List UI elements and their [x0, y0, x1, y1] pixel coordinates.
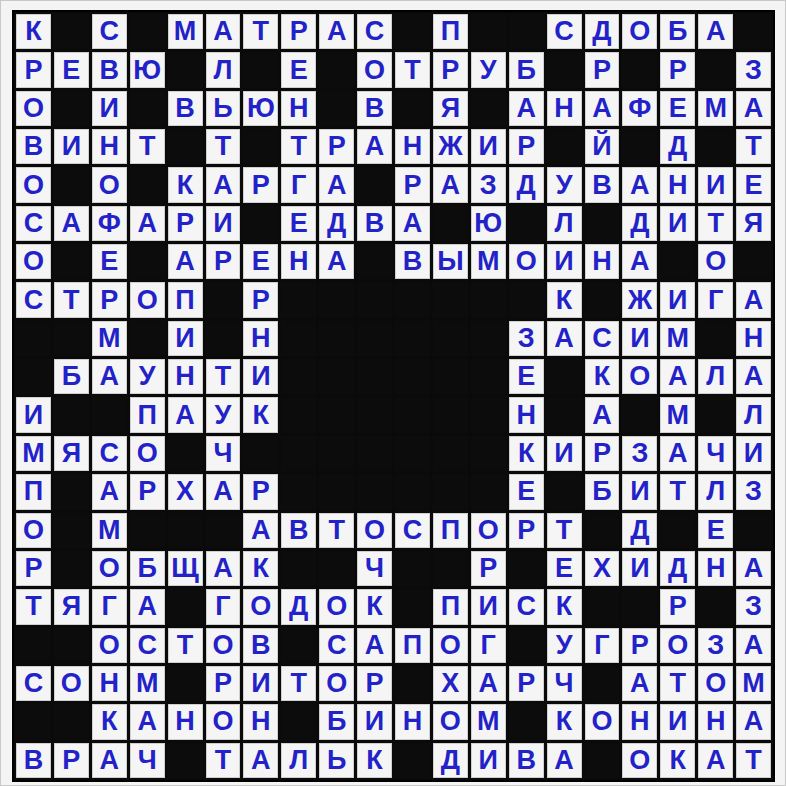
black-cell-r8c6	[206, 282, 241, 317]
letter-cell-r17c19[interactable]: З	[698, 628, 733, 663]
letter-cell-r2c16[interactable]: Р	[585, 52, 620, 87]
letter-cell-r7c14[interactable]: О	[509, 244, 544, 279]
letter-cell-r18c4[interactable]: М	[130, 666, 165, 701]
letter-cell-r18c6[interactable]: Р	[206, 666, 241, 701]
letter-cell-r14c11[interactable]: С	[395, 513, 430, 548]
letter-cell-r9c20[interactable]: Н	[736, 321, 771, 356]
letter-cell-r4c6[interactable]: Т	[206, 129, 241, 164]
letter-cell-r11c4[interactable]: П	[130, 397, 165, 432]
letter-cell-r14c14[interactable]: Р	[509, 513, 544, 548]
letter-cell-r1c10[interactable]: С	[357, 14, 392, 49]
letter-cell-r20c2[interactable]: Р	[54, 743, 89, 778]
letter-cell-r20c20[interactable]: Т	[736, 743, 771, 778]
letter-cell-r15c15[interactable]: Е	[547, 551, 582, 586]
letter-cell-r14c1[interactable]: О	[16, 513, 51, 548]
letter-cell-r20c19[interactable]: А	[698, 743, 733, 778]
letter-cell-r3c8[interactable]: Н	[281, 91, 316, 126]
letter-cell-r4c18[interactable]: Д	[660, 129, 695, 164]
letter-cell-r7c3[interactable]: Е	[92, 244, 127, 279]
letter-cell-r8c15[interactable]: К	[547, 282, 582, 317]
letter-cell-r17c13[interactable]: Г	[471, 628, 506, 663]
letter-cell-r4c9[interactable]: Р	[319, 129, 354, 164]
letter-cell-r16c3[interactable]: Г	[92, 589, 127, 624]
letter-cell-r14c17[interactable]: Д	[622, 513, 657, 548]
letter-cell-r1c16[interactable]: Д	[585, 14, 620, 49]
letter-cell-r5c12[interactable]: А	[433, 167, 468, 202]
letter-cell-r5c9[interactable]: А	[319, 167, 354, 202]
letter-cell-r15c4[interactable]: Б	[130, 551, 165, 586]
letter-cell-r2c8[interactable]: Е	[281, 52, 316, 87]
letter-cell-r12c6[interactable]: Ч	[206, 436, 241, 471]
letter-cell-r7c6[interactable]: Р	[206, 244, 241, 279]
letter-cell-r8c2[interactable]: Т	[54, 282, 89, 317]
letter-cell-r15c3[interactable]: О	[92, 551, 127, 586]
letter-cell-r11c14[interactable]: Н	[509, 397, 544, 432]
letter-cell-r12c15[interactable]: И	[547, 436, 582, 471]
letter-cell-r6c19[interactable]: Т	[698, 206, 733, 241]
letter-cell-r15c16[interactable]: Х	[585, 551, 620, 586]
letter-cell-r4c2[interactable]: И	[54, 129, 89, 164]
black-cell-r8c16	[585, 282, 620, 317]
letter-cell-r8c3[interactable]: Р	[92, 282, 127, 317]
letter-cell-r10c16[interactable]: К	[585, 359, 620, 394]
letter-cell-r6c10[interactable]: В	[357, 206, 392, 241]
letter-cell-r18c3[interactable]: Н	[92, 666, 127, 701]
letter-cell-r7c19[interactable]: О	[698, 244, 733, 279]
letter-cell-r18c7[interactable]: И	[243, 666, 278, 701]
letter-cell-r1c1[interactable]: К	[16, 14, 51, 49]
letter-cell-r14c10[interactable]: О	[357, 513, 392, 548]
letter-cell-r19c3[interactable]: К	[92, 704, 127, 739]
black-cell-r7c2	[54, 244, 89, 279]
letter-cell-r16c2[interactable]: Я	[54, 589, 89, 624]
letter-cell-r12c20[interactable]: И	[736, 436, 771, 471]
letter-cell-r18c13[interactable]: А	[471, 666, 506, 701]
letter-cell-r19c9[interactable]: Б	[319, 704, 354, 739]
letter-cell-r4c10[interactable]: А	[357, 129, 392, 164]
letter-cell-r16c7[interactable]: О	[243, 589, 278, 624]
letter-cell-r10c20[interactable]: А	[736, 359, 771, 394]
letter-cell-r5c18[interactable]: Н	[660, 167, 695, 202]
letter-cell-r1c19[interactable]: А	[698, 14, 733, 49]
letter-cell-r18c20[interactable]: М	[736, 666, 771, 701]
letter-cell-r3c15[interactable]: Н	[547, 91, 582, 126]
letter-cell-r3c20[interactable]: А	[736, 91, 771, 126]
letter-cell-r2c20[interactable]: З	[736, 52, 771, 87]
letter-cell-r2c6[interactable]: Л	[206, 52, 241, 87]
letter-cell-r4c11[interactable]: Н	[395, 129, 430, 164]
letter-cell-r12c2[interactable]: Я	[54, 436, 89, 471]
letter-cell-r15c17[interactable]: И	[622, 551, 657, 586]
letter-cell-r19c4[interactable]: А	[130, 704, 165, 739]
letter-cell-r4c8[interactable]: Т	[281, 129, 316, 164]
black-cell-r15c11	[395, 551, 430, 586]
letter-cell-r15c1[interactable]: Р	[16, 551, 51, 586]
letter-cell-r4c13[interactable]: И	[471, 129, 506, 164]
black-cell-r1c2	[54, 14, 89, 49]
letter-cell-r16c13[interactable]: И	[471, 589, 506, 624]
letter-cell-r16c9[interactable]: О	[319, 589, 354, 624]
letter-cell-r12c16[interactable]: Р	[585, 436, 620, 471]
black-cell-r13c12	[433, 474, 468, 509]
letter-cell-r11c1[interactable]: И	[16, 397, 51, 432]
letter-cell-r17c7[interactable]: В	[243, 628, 278, 663]
letter-cell-r10c2[interactable]: Б	[54, 359, 89, 394]
letter-cell-r20c1[interactable]: В	[16, 743, 51, 778]
letter-cell-r20c14[interactable]: В	[509, 743, 544, 778]
black-cell-r11c17	[622, 397, 657, 432]
letter-cell-r10c5[interactable]: Н	[168, 359, 203, 394]
letter-cell-r13c3[interactable]: А	[92, 474, 127, 509]
letter-cell-r12c18[interactable]: А	[660, 436, 695, 471]
letter-cell-r19c5[interactable]: Н	[168, 704, 203, 739]
letter-cell-r3c7[interactable]: Ю	[243, 91, 278, 126]
black-cell-r13c2	[54, 474, 89, 509]
letter-cell-r8c18[interactable]: И	[660, 282, 695, 317]
letter-cell-r16c6[interactable]: Г	[206, 589, 241, 624]
letter-cell-r1c15[interactable]: С	[547, 14, 582, 49]
letter-cell-r11c6[interactable]: У	[206, 397, 241, 432]
letter-cell-r20c3[interactable]: А	[92, 743, 127, 778]
letter-cell-r9c14[interactable]: З	[509, 321, 544, 356]
letter-cell-r3c18[interactable]: Е	[660, 91, 695, 126]
letter-cell-r19c15[interactable]: К	[547, 704, 582, 739]
letter-cell-r3c16[interactable]: А	[585, 91, 620, 126]
letter-cell-r12c3[interactable]: С	[92, 436, 127, 471]
letter-cell-r17c10[interactable]: А	[357, 628, 392, 663]
letter-cell-r14c13[interactable]: О	[471, 513, 506, 548]
letter-cell-r10c6[interactable]: Т	[206, 359, 241, 394]
black-cell-r2c19	[698, 52, 733, 87]
letter-cell-r12c1[interactable]: М	[16, 436, 51, 471]
black-cell-r13c8	[281, 474, 316, 509]
letter-cell-r6c2[interactable]: А	[54, 206, 89, 241]
letter-cell-r17c11[interactable]: П	[395, 628, 430, 663]
letter-cell-r4c16[interactable]: Й	[585, 129, 620, 164]
black-cell-r8c10	[357, 282, 392, 317]
letter-cell-r13c4[interactable]: Р	[130, 474, 165, 509]
letter-cell-r5c6[interactable]: А	[206, 167, 241, 202]
letter-cell-r5c7[interactable]: Р	[243, 167, 278, 202]
letter-cell-r19c16[interactable]: О	[585, 704, 620, 739]
letter-cell-r13c6[interactable]: А	[206, 474, 241, 509]
letter-cell-r16c12[interactable]: П	[433, 589, 468, 624]
black-cell-r9c12	[433, 321, 468, 356]
letter-cell-r8c17[interactable]: Ж	[622, 282, 657, 317]
letter-cell-r5c15[interactable]: У	[547, 167, 582, 202]
letter-cell-r19c11[interactable]: Н	[395, 704, 430, 739]
letter-cell-r19c7[interactable]: Н	[243, 704, 278, 739]
letter-cell-r9c17[interactable]: И	[622, 321, 657, 356]
letter-cell-r2c2[interactable]: Е	[54, 52, 89, 87]
letter-cell-r17c4[interactable]: С	[130, 628, 165, 663]
letter-cell-r19c13[interactable]: М	[471, 704, 506, 739]
letter-cell-r3c12[interactable]: Я	[433, 91, 468, 126]
letter-cell-r5c17[interactable]: А	[622, 167, 657, 202]
letter-cell-r2c3[interactable]: В	[92, 52, 127, 87]
letter-cell-r17c20[interactable]: А	[736, 628, 771, 663]
letter-cell-r20c10[interactable]: К	[357, 743, 392, 778]
letter-cell-r14c19[interactable]: Е	[698, 513, 733, 548]
black-cell-r10c11	[395, 359, 430, 394]
black-cell-r5c10	[357, 167, 392, 202]
letter-cell-r5c20[interactable]: Е	[736, 167, 771, 202]
letter-cell-r18c12[interactable]: Х	[433, 666, 468, 701]
letter-cell-r2c12[interactable]: Р	[433, 52, 468, 87]
letter-cell-r17c17[interactable]: Р	[622, 628, 657, 663]
letter-cell-r17c15[interactable]: У	[547, 628, 582, 663]
letter-cell-r15c7[interactable]: К	[243, 551, 278, 586]
letter-cell-r10c19[interactable]: Л	[698, 359, 733, 394]
letter-cell-r9c16[interactable]: С	[585, 321, 620, 356]
letter-cell-r12c19[interactable]: Ч	[698, 436, 733, 471]
letter-cell-r2c13[interactable]: У	[471, 52, 506, 87]
letter-cell-r1c17[interactable]: О	[622, 14, 657, 49]
letter-cell-r10c4[interactable]: У	[130, 359, 165, 394]
letter-cell-r7c16[interactable]: Н	[585, 244, 620, 279]
letter-cell-r19c17[interactable]: Н	[622, 704, 657, 739]
letter-cell-r15c20[interactable]: А	[736, 551, 771, 586]
letter-cell-r20c6[interactable]: Т	[206, 743, 241, 778]
letter-cell-r18c14[interactable]: Р	[509, 666, 544, 701]
letter-cell-r20c13[interactable]: И	[471, 743, 506, 778]
letter-cell-r18c1[interactable]: С	[16, 666, 51, 701]
letter-cell-r9c5[interactable]: И	[168, 321, 203, 356]
letter-cell-r2c18[interactable]: Р	[660, 52, 695, 87]
letter-cell-r18c10[interactable]: Р	[357, 666, 392, 701]
black-cell-r17c2	[54, 628, 89, 663]
letter-cell-r17c5[interactable]: Т	[168, 628, 203, 663]
letter-cell-r10c17[interactable]: О	[622, 359, 657, 394]
letter-cell-r14c15[interactable]: Т	[547, 513, 582, 548]
letter-cell-r16c18[interactable]: Р	[660, 589, 695, 624]
letter-cell-r1c18[interactable]: Б	[660, 14, 695, 49]
letter-cell-r2c11[interactable]: Т	[395, 52, 430, 87]
letter-cell-r5c13[interactable]: З	[471, 167, 506, 202]
letter-cell-r3c10[interactable]: В	[357, 91, 392, 126]
letter-cell-r8c4[interactable]: О	[130, 282, 165, 317]
letter-cell-r15c5[interactable]: Щ	[168, 551, 203, 586]
letter-cell-r20c4[interactable]: Ч	[130, 743, 165, 778]
letter-cell-r5c5[interactable]: К	[168, 167, 203, 202]
letter-cell-r11c5[interactable]: А	[168, 397, 203, 432]
letter-cell-r20c12[interactable]: Д	[433, 743, 468, 778]
letter-cell-r9c3[interactable]: М	[92, 321, 127, 356]
letter-cell-r12c17[interactable]: З	[622, 436, 657, 471]
black-cell-r9c13	[471, 321, 506, 356]
letter-cell-r3c14[interactable]: А	[509, 91, 544, 126]
letter-cell-r11c20[interactable]: Л	[736, 397, 771, 432]
letter-cell-r4c4[interactable]: Т	[130, 129, 165, 164]
letter-cell-r6c15[interactable]: Л	[547, 206, 582, 241]
letter-cell-r11c7[interactable]: К	[243, 397, 278, 432]
letter-cell-r11c16[interactable]: А	[585, 397, 620, 432]
letter-cell-r7c17[interactable]: А	[622, 244, 657, 279]
letter-cell-r14c9[interactable]: Т	[319, 513, 354, 548]
letter-cell-r14c8[interactable]: В	[281, 513, 316, 548]
letter-cell-r7c15[interactable]: И	[547, 244, 582, 279]
letter-cell-r8c19[interactable]: Г	[698, 282, 733, 317]
letter-cell-r9c15[interactable]: А	[547, 321, 582, 356]
letter-cell-r16c14[interactable]: С	[509, 589, 544, 624]
letter-cell-r18c2[interactable]: О	[54, 666, 89, 701]
letter-cell-r20c17[interactable]: О	[622, 743, 657, 778]
letter-cell-r17c16[interactable]: Г	[585, 628, 620, 663]
letter-cell-r13c1[interactable]: П	[16, 474, 51, 509]
letter-cell-r15c6[interactable]: А	[206, 551, 241, 586]
letter-cell-r7c1[interactable]: О	[16, 244, 51, 279]
letter-cell-r18c8[interactable]: Т	[281, 666, 316, 701]
letter-cell-r4c12[interactable]: Ж	[433, 129, 468, 164]
letter-cell-r4c3[interactable]: Н	[92, 129, 127, 164]
letter-cell-r2c4[interactable]: Ю	[130, 52, 165, 87]
letter-cell-r5c14[interactable]: Д	[509, 167, 544, 202]
letter-cell-r5c1[interactable]: О	[16, 167, 51, 202]
letter-cell-r14c7[interactable]: А	[243, 513, 278, 548]
letter-cell-r3c3[interactable]: И	[92, 91, 127, 126]
letter-cell-r16c8[interactable]: Д	[281, 589, 316, 624]
letter-cell-r12c14[interactable]: К	[509, 436, 544, 471]
letter-cell-r9c7[interactable]: Н	[243, 321, 278, 356]
letter-cell-r1c12[interactable]: П	[433, 14, 468, 49]
letter-cell-r8c1[interactable]: С	[16, 282, 51, 317]
letter-cell-r9c18[interactable]: М	[660, 321, 695, 356]
letter-cell-r4c14[interactable]: Р	[509, 129, 544, 164]
letter-cell-r6c8[interactable]: Е	[281, 206, 316, 241]
letter-cell-r13c20[interactable]: З	[736, 474, 771, 509]
letter-cell-r2c10[interactable]: О	[357, 52, 392, 87]
letter-cell-r15c18[interactable]: Д	[660, 551, 695, 586]
letter-cell-r17c9[interactable]: С	[319, 628, 354, 663]
letter-cell-r19c20[interactable]: А	[736, 704, 771, 739]
black-cell-r8c8	[281, 282, 316, 317]
letter-cell-r19c10[interactable]: И	[357, 704, 392, 739]
letter-cell-r3c1[interactable]: О	[16, 91, 51, 126]
letter-cell-r3c19[interactable]: М	[698, 91, 733, 126]
letter-cell-r19c18[interactable]: И	[660, 704, 695, 739]
letter-cell-r6c17[interactable]: Д	[622, 206, 657, 241]
letter-cell-r13c14[interactable]: Е	[509, 474, 544, 509]
letter-cell-r6c5[interactable]: Р	[168, 206, 203, 241]
letter-cell-r11c18[interactable]: М	[660, 397, 695, 432]
letter-cell-r1c8[interactable]: Р	[281, 14, 316, 49]
letter-cell-r19c6[interactable]: О	[206, 704, 241, 739]
letter-cell-r7c11[interactable]: В	[395, 244, 430, 279]
letter-cell-r2c1[interactable]: Р	[16, 52, 51, 87]
letter-cell-r1c3[interactable]: С	[92, 14, 127, 49]
letter-cell-r20c18[interactable]: К	[660, 743, 695, 778]
letter-cell-r20c8[interactable]: Л	[281, 743, 316, 778]
letter-cell-r1c9[interactable]: А	[319, 14, 354, 49]
letter-cell-r7c7[interactable]: Е	[243, 244, 278, 279]
letter-cell-r14c3[interactable]: М	[92, 513, 127, 548]
letter-cell-r5c8[interactable]: Г	[281, 167, 316, 202]
letter-cell-r17c6[interactable]: О	[206, 628, 241, 663]
letter-cell-r19c12[interactable]: О	[433, 704, 468, 739]
letter-cell-r10c3[interactable]: А	[92, 359, 127, 394]
letter-cell-r17c12[interactable]: О	[433, 628, 468, 663]
letter-cell-r5c16[interactable]: В	[585, 167, 620, 202]
letter-cell-r16c4[interactable]: А	[130, 589, 165, 624]
letter-cell-r18c15[interactable]: Ч	[547, 666, 582, 701]
letter-cell-r5c3[interactable]: О	[92, 167, 127, 202]
letter-cell-r1c6[interactable]: А	[206, 14, 241, 49]
letter-cell-r15c19[interactable]: Н	[698, 551, 733, 586]
letter-cell-r17c18[interactable]: О	[660, 628, 695, 663]
letter-cell-r18c19[interactable]: О	[698, 666, 733, 701]
letter-cell-r6c20[interactable]: Я	[736, 206, 771, 241]
letter-cell-r16c20[interactable]: З	[736, 589, 771, 624]
letter-cell-r13c16[interactable]: Б	[585, 474, 620, 509]
letter-cell-r6c6[interactable]: И	[206, 206, 241, 241]
letter-cell-r7c8[interactable]: Н	[281, 244, 316, 279]
black-cell-r9c11	[395, 321, 430, 356]
letter-cell-r17c3[interactable]: О	[92, 628, 127, 663]
letter-cell-r6c11[interactable]: А	[395, 206, 430, 241]
letter-cell-r14c12[interactable]: П	[433, 513, 468, 548]
letter-cell-r7c12[interactable]: Ы	[433, 244, 468, 279]
letter-cell-r13c19[interactable]: Л	[698, 474, 733, 509]
letter-cell-r20c15[interactable]: А	[547, 743, 582, 778]
letter-cell-r5c19[interactable]: И	[698, 167, 733, 202]
letter-cell-r2c14[interactable]: Б	[509, 52, 544, 87]
letter-cell-r8c5[interactable]: П	[168, 282, 203, 317]
letter-cell-r16c10[interactable]: К	[357, 589, 392, 624]
letter-cell-r4c20[interactable]: Т	[736, 129, 771, 164]
letter-cell-r8c7[interactable]: Р	[243, 282, 278, 317]
letter-cell-r10c7[interactable]: И	[243, 359, 278, 394]
letter-cell-r6c13[interactable]: Ю	[471, 206, 506, 241]
letter-cell-r1c5[interactable]: М	[168, 14, 203, 49]
letter-cell-r6c9[interactable]: Д	[319, 206, 354, 241]
letter-cell-r13c5[interactable]: Х	[168, 474, 203, 509]
letter-cell-r3c17[interactable]: Ф	[622, 91, 657, 126]
letter-cell-r7c9[interactable]: А	[319, 244, 354, 279]
black-cell-r12c12	[433, 436, 468, 471]
letter-cell-r6c1[interactable]: С	[16, 206, 51, 241]
letter-cell-r3c5[interactable]: В	[168, 91, 203, 126]
black-cell-r20c16	[585, 743, 620, 778]
letter-cell-r18c9[interactable]: О	[319, 666, 354, 701]
letter-cell-r16c15[interactable]: К	[547, 589, 582, 624]
letter-cell-r12c4[interactable]: О	[130, 436, 165, 471]
letter-cell-r20c9[interactable]: Ь	[319, 743, 354, 778]
letter-cell-r13c18[interactable]: Т	[660, 474, 695, 509]
letter-cell-r10c14[interactable]: Е	[509, 359, 544, 394]
letter-cell-r8c20[interactable]: А	[736, 282, 771, 317]
letter-cell-r13c17[interactable]: И	[622, 474, 657, 509]
letter-cell-r7c5[interactable]: А	[168, 244, 203, 279]
letter-cell-r16c1[interactable]: Т	[16, 589, 51, 624]
black-cell-r11c12	[433, 397, 468, 432]
letter-cell-r3c6[interactable]: Ь	[206, 91, 241, 126]
letter-cell-r7c13[interactable]: М	[471, 244, 506, 279]
letter-cell-r15c10[interactable]: Ч	[357, 551, 392, 586]
letter-cell-r19c19[interactable]: Н	[698, 704, 733, 739]
letter-cell-r18c17[interactable]: А	[622, 666, 657, 701]
letter-cell-r13c7[interactable]: Р	[243, 474, 278, 509]
letter-cell-r4c1[interactable]: В	[16, 129, 51, 164]
letter-cell-r6c4[interactable]: А	[130, 206, 165, 241]
letter-cell-r5c11[interactable]: Р	[395, 167, 430, 202]
letter-cell-r15c13[interactable]: Р	[471, 551, 506, 586]
letter-cell-r18c18[interactable]: Т	[660, 666, 695, 701]
letter-cell-r6c18[interactable]: И	[660, 206, 695, 241]
letter-cell-r6c3[interactable]: Ф	[92, 206, 127, 241]
letter-cell-r10c18[interactable]: А	[660, 359, 695, 394]
letter-cell-r20c7[interactable]: А	[243, 743, 278, 778]
letter-cell-r1c7[interactable]: Т	[243, 14, 278, 49]
